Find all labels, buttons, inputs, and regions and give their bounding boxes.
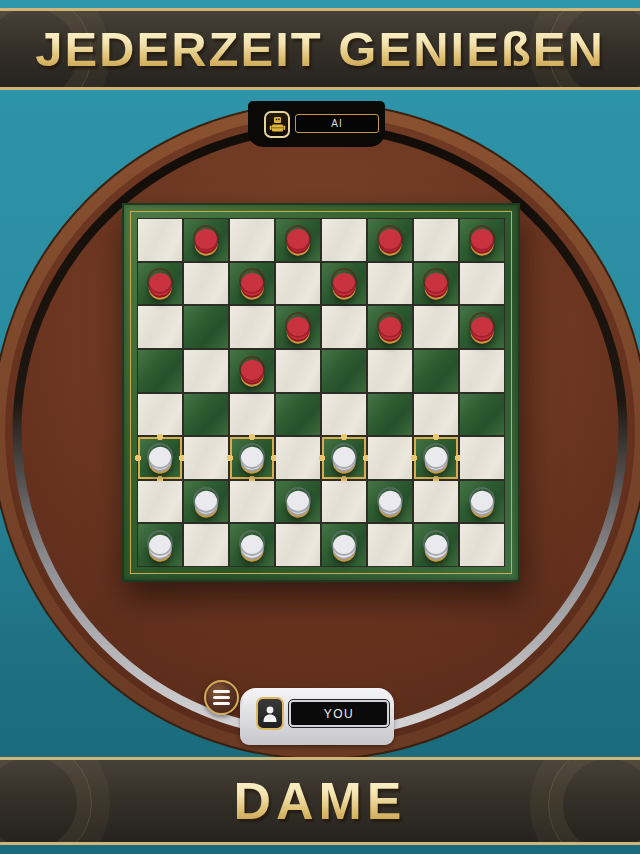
you-player-plate: YOU [240,688,394,745]
board-square-e7[interactable]: ● [322,263,366,305]
board-square-e5[interactable] [322,350,366,392]
top-banner: JEDERZEIT GENIEßEN [0,8,640,90]
board-square-e6[interactable] [322,306,366,348]
board-square-b1[interactable] [184,524,228,566]
bottom-banner-text: DAME [233,771,406,831]
red-piece[interactable]: ● [184,219,228,261]
piece-ring [469,225,495,251]
person-icon [256,697,284,730]
piece-ring [285,486,311,512]
bottom-banner: DAME [0,757,640,845]
white-piece[interactable]: ● [368,481,412,523]
piece-ring [239,443,265,469]
board-square-g3[interactable]: ● [414,437,458,479]
board-square-d2[interactable]: ● [276,481,320,523]
board-square-g6[interactable] [414,306,458,348]
board-square-f1[interactable] [368,524,412,566]
piece-ring [377,225,403,251]
piece-ring [193,225,219,251]
game-screen: JEDERZEIT GENIEßEN AI ●●●●●●●●●●●●●●●●●●… [0,0,640,854]
board-square-h4[interactable] [460,394,504,436]
board-square-h6[interactable]: ● [460,306,504,348]
board-square-c1[interactable]: ● [230,524,274,566]
piece-ring [193,486,219,512]
board-square-a7[interactable]: ● [138,263,182,305]
red-piece[interactable]: ● [460,306,504,348]
board-square-b5[interactable] [184,350,228,392]
ai-name-label: AI [331,118,342,129]
board-square-b7[interactable] [184,263,228,305]
board-square-a1[interactable]: ● [138,524,182,566]
piece-ring [469,312,495,338]
red-piece[interactable]: ● [230,263,274,305]
red-piece[interactable]: ● [138,263,182,305]
board-square-d4[interactable] [276,394,320,436]
piece-ring [147,268,173,294]
piece-ring [377,486,403,512]
board-square-g7[interactable]: ● [414,263,458,305]
hamburger-icon [213,690,230,693]
piece-ring [331,530,357,556]
white-piece[interactable]: ● [460,481,504,523]
board-square-f6[interactable]: ● [368,306,412,348]
top-banner-text: JEDERZEIT GENIEßEN [35,21,605,77]
red-piece[interactable]: ● [230,350,274,392]
board-square-d5[interactable] [276,350,320,392]
board-grid: ●●●●●●●●●●●●●●●●●●●●●●●● [137,218,505,567]
red-piece[interactable]: ● [414,263,458,305]
board-square-e3[interactable]: ● [322,437,366,479]
piece-ring [239,356,265,382]
board-square-h8[interactable]: ● [460,219,504,261]
board-square-c5[interactable]: ● [230,350,274,392]
piece-ring [147,530,173,556]
piece-ring [285,312,311,338]
you-name-label: YOU [324,707,355,721]
piece-ring [377,312,403,338]
piece-ring [423,268,449,294]
board-square-c7[interactable]: ● [230,263,274,305]
white-piece[interactable]: ● [322,437,366,479]
red-piece[interactable]: ● [276,219,320,261]
board-square-f8[interactable]: ● [368,219,412,261]
board-square-b6[interactable] [184,306,228,348]
board-square-h1[interactable] [460,524,504,566]
white-piece[interactable]: ● [230,524,274,566]
red-piece[interactable]: ● [460,219,504,261]
board-square-b2[interactable]: ● [184,481,228,523]
red-piece[interactable]: ● [276,306,320,348]
board-square-g1[interactable]: ● [414,524,458,566]
piece-ring [331,268,357,294]
piece-ring [239,530,265,556]
you-name-box: YOU [289,700,389,727]
white-piece[interactable]: ● [138,524,182,566]
piece-ring [331,443,357,469]
board-square-d1[interactable] [276,524,320,566]
white-piece[interactable]: ● [414,524,458,566]
board-square-d8[interactable]: ● [276,219,320,261]
ai-name-box: AI [295,114,379,133]
board-square-b4[interactable] [184,394,228,436]
board-square-a3[interactable]: ● [138,437,182,479]
board-square-f4[interactable] [368,394,412,436]
piece-ring [423,530,449,556]
red-piece[interactable]: ● [368,306,412,348]
board-square-g5[interactable] [414,350,458,392]
board-square-d6[interactable]: ● [276,306,320,348]
board-square-f5[interactable] [368,350,412,392]
board-square-a6[interactable] [138,306,182,348]
board-square-b8[interactable]: ● [184,219,228,261]
board-square-a5[interactable] [138,350,182,392]
piece-ring [469,486,495,512]
white-piece[interactable]: ● [230,437,274,479]
white-piece[interactable]: ● [184,481,228,523]
board-square-f2[interactable]: ● [368,481,412,523]
piece-ring [239,268,265,294]
piece-ring [285,225,311,251]
piece-ring [423,443,449,469]
board-square-h2[interactable]: ● [460,481,504,523]
white-piece[interactable]: ● [414,437,458,479]
board-square-h5[interactable] [460,350,504,392]
red-piece[interactable]: ● [322,263,366,305]
ai-player-plate: AI [248,101,385,147]
white-piece[interactable]: ● [276,481,320,523]
red-piece[interactable]: ● [368,219,412,261]
board-square-c3[interactable]: ● [230,437,274,479]
checkers-board: ●●●●●●●●●●●●●●●●●●●●●●●● [122,203,520,582]
robot-icon [264,111,290,138]
white-piece[interactable]: ● [138,437,182,479]
menu-button[interactable] [204,680,239,715]
piece-ring [147,443,173,469]
board-square-e1[interactable]: ● [322,524,366,566]
white-piece[interactable]: ● [322,524,366,566]
